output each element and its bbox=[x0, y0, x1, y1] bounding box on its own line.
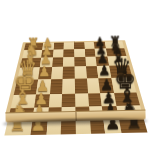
square-e4[interactable] bbox=[62, 79, 75, 94]
square-e5[interactable] bbox=[75, 79, 88, 94]
square-d4[interactable] bbox=[63, 67, 75, 80]
square-d3[interactable] bbox=[51, 67, 63, 80]
square-b4[interactable] bbox=[63, 49, 74, 57]
square-b5[interactable] bbox=[74, 49, 85, 57]
chess-set-photo: ♜♟♟♜♞♟♟♞♝♟♟♝♛♟♟♛♚♟♟♚♝♟♟♝♞♟♟♞♜♟♟♜ bbox=[0, 0, 150, 150]
chess-board: ♜♟♟♜♞♟♟♞♝♟♟♝♛♟♟♛♚♟♟♚♝♟♟♝♞♟♟♞♜♟♟♜ bbox=[5, 40, 145, 113]
square-d5[interactable] bbox=[75, 66, 87, 79]
board-scene: ♜♟♟♜♞♟♟♞♝♟♟♝♛♟♟♛♚♟♟♚♝♟♟♝♞♟♟♞♜♟♟♜ bbox=[2, 0, 145, 113]
square-f3[interactable] bbox=[48, 94, 62, 107]
square-f5[interactable] bbox=[75, 93, 89, 106]
board-tilt-wrapper: ♜♟♟♜♞♟♟♞♝♟♟♝♛♟♟♛♚♟♟♚♝♟♟♝♞♟♟♞♜♟♟♜ bbox=[0, 0, 150, 150]
square-c5[interactable] bbox=[74, 57, 86, 67]
square-f6[interactable] bbox=[88, 93, 102, 106]
square-e3[interactable] bbox=[50, 79, 63, 94]
square-c3[interactable] bbox=[52, 57, 64, 67]
square-c4[interactable] bbox=[63, 57, 74, 67]
square-f4[interactable] bbox=[62, 94, 75, 107]
